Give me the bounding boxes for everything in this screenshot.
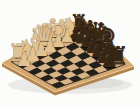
chess-set-photo: ♜♞♞♝♟♝♟♚♟♛♟♛♟♚♟♝♟♝♟♞♟♞♟♜♟♜♟♟ (0, 0, 140, 106)
chess-board (0, 0, 140, 106)
